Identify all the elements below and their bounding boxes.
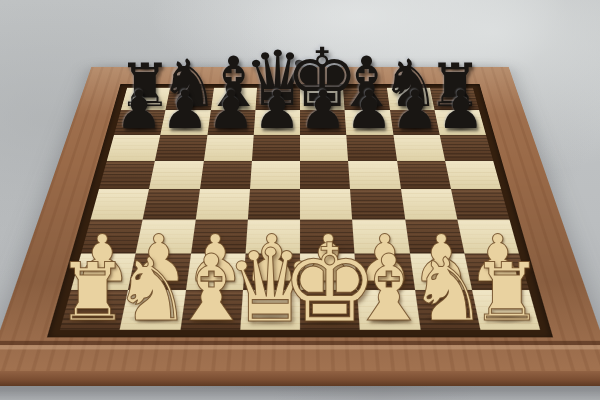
piece-white-rook-h1[interactable]: ♜: [471, 253, 543, 333]
piece-cast-shadow: [257, 124, 296, 133]
piece-black-pawn-e7[interactable]: ♟: [299, 84, 347, 137]
piece-black-pawn-g7[interactable]: ♟: [391, 84, 439, 137]
piece-black-pawn-b7[interactable]: ♟: [161, 84, 209, 137]
piece-black-pawn-c7[interactable]: ♟: [207, 84, 255, 137]
piece-cast-shadow: [441, 124, 480, 133]
piece-cast-shadow: [349, 124, 388, 133]
piece-cast-shadow: [165, 124, 204, 133]
piece-black-pawn-h7[interactable]: ♟: [437, 84, 485, 137]
piece-cast-shadow: [303, 124, 342, 133]
piece-cast-shadow: [211, 124, 250, 133]
piece-black-pawn-a7[interactable]: ♟: [115, 84, 163, 137]
piece-cast-shadow: [119, 124, 158, 133]
piece-black-pawn-d7[interactable]: ♟: [253, 84, 301, 137]
piece-cast-shadow: [478, 312, 537, 326]
photo-backdrop: ♜♞♝♛♚♝♞♜♟♟♟♟♟♟♟♟♟♟♟♟♟♟♟♟♜♞♝♛♚♝♞♜: [0, 0, 600, 400]
pieces-layer: ♜♞♝♛♚♝♞♜♟♟♟♟♟♟♟♟♟♟♟♟♟♟♟♟♜♞♝♛♚♝♞♜: [0, 0, 600, 400]
piece-black-pawn-f7[interactable]: ♟: [345, 84, 393, 137]
piece-cast-shadow: [395, 124, 434, 133]
